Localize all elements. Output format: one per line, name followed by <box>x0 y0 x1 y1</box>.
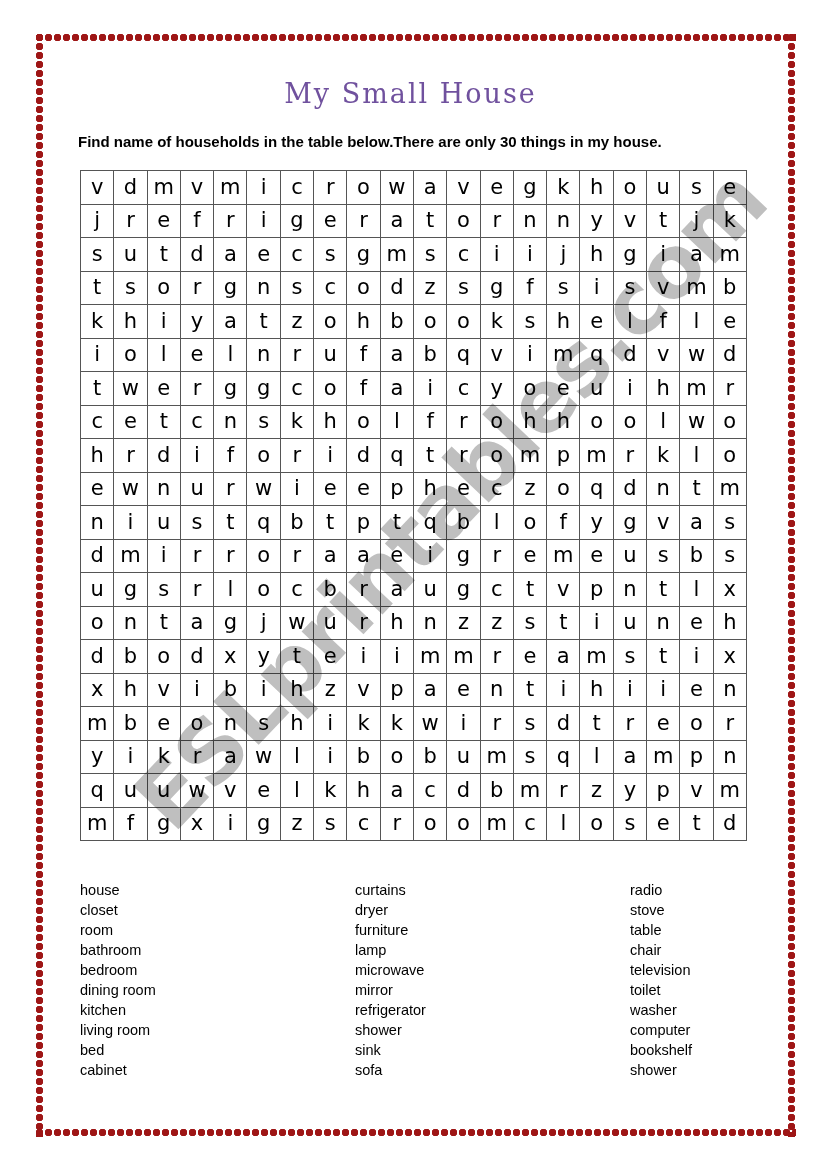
grid-cell: r <box>481 205 514 239</box>
grid-cell: b <box>381 305 414 339</box>
word-list-item: stove <box>630 900 692 920</box>
grid-cell: v <box>148 674 181 708</box>
grid-cell: k <box>647 439 680 473</box>
grid-cell: e <box>148 372 181 406</box>
grid-cell: o <box>580 808 613 842</box>
instruction-text: Find name of households in the table bel… <box>78 133 758 150</box>
grid-cell: m <box>547 540 580 574</box>
grid-cell: h <box>580 674 613 708</box>
grid-cell: c <box>347 808 380 842</box>
grid-cell: i <box>614 674 647 708</box>
grid-cell: o <box>414 808 447 842</box>
grid-cell: i <box>281 473 314 507</box>
grid-cell: s <box>148 573 181 607</box>
grid-cell: t <box>680 473 713 507</box>
grid-cell: o <box>447 205 480 239</box>
grid-cell: s <box>614 808 647 842</box>
grid-cell: d <box>714 808 747 842</box>
grid-cell: n <box>614 573 647 607</box>
grid-cell: m <box>680 372 713 406</box>
grid-cell: n <box>114 607 147 641</box>
grid-cell: s <box>447 272 480 306</box>
grid-cell: l <box>647 406 680 440</box>
grid-cell: o <box>247 439 280 473</box>
word-list-item: washer <box>630 1000 692 1020</box>
grid-cell: t <box>547 607 580 641</box>
grid-cell: f <box>514 272 547 306</box>
grid-cell: i <box>247 205 280 239</box>
grid-cell: t <box>647 573 680 607</box>
grid-cell: s <box>514 707 547 741</box>
grid-cell: m <box>447 640 480 674</box>
grid-cell: e <box>314 473 347 507</box>
grid-cell: i <box>148 540 181 574</box>
grid-cell: r <box>214 540 247 574</box>
grid-cell: c <box>481 573 514 607</box>
grid-cell: m <box>580 640 613 674</box>
grid-cell: p <box>647 774 680 808</box>
grid-cell: l <box>148 339 181 373</box>
grid-cell: b <box>281 506 314 540</box>
grid-cell: a <box>214 238 247 272</box>
word-list-column-3: radiostovetablechairtelevisiontoiletwash… <box>630 880 692 1080</box>
grid-cell: k <box>381 707 414 741</box>
grid-cell: l <box>214 339 247 373</box>
word-list-item: kitchen <box>80 1000 156 1020</box>
grid-cell: h <box>347 774 380 808</box>
grid-cell: o <box>547 473 580 507</box>
word-list-item: chair <box>630 940 692 960</box>
grid-cell: m <box>580 439 613 473</box>
grid-cell: g <box>214 372 247 406</box>
worksheet-page: My Small House Find name of households i… <box>0 0 821 1169</box>
grid-cell: e <box>514 640 547 674</box>
grid-cell: s <box>714 506 747 540</box>
grid-cell: k <box>347 707 380 741</box>
grid-cell: b <box>414 339 447 373</box>
grid-cell: i <box>314 439 347 473</box>
grid-cell: l <box>281 741 314 775</box>
grid-cell: m <box>481 808 514 842</box>
grid-cell: c <box>447 238 480 272</box>
grid-cell: m <box>148 171 181 205</box>
word-list-item: computer <box>630 1020 692 1040</box>
grid-cell: r <box>381 808 414 842</box>
grid-cell: u <box>314 339 347 373</box>
grid-cell: v <box>181 171 214 205</box>
grid-cell: v <box>447 171 480 205</box>
grid-cell: t <box>81 272 114 306</box>
word-list-item: television <box>630 960 692 980</box>
grid-cell: w <box>381 171 414 205</box>
word-list-item: table <box>630 920 692 940</box>
grid-cell: n <box>481 674 514 708</box>
grid-cell: r <box>181 573 214 607</box>
grid-cell: h <box>347 305 380 339</box>
grid-cell: u <box>181 473 214 507</box>
grid-cell: f <box>114 808 147 842</box>
grid-cell: d <box>447 774 480 808</box>
grid-cell: t <box>314 506 347 540</box>
grid-cell: n <box>714 741 747 775</box>
grid-cell: s <box>514 607 547 641</box>
grid-cell: t <box>148 607 181 641</box>
grid-cell: h <box>314 406 347 440</box>
grid-cell: o <box>148 640 181 674</box>
word-list-item: living room <box>80 1020 156 1040</box>
grid-cell: o <box>148 272 181 306</box>
grid-cell: m <box>514 774 547 808</box>
grid-cell: i <box>514 238 547 272</box>
grid-cell: n <box>214 406 247 440</box>
grid-cell: a <box>381 774 414 808</box>
grid-cell: i <box>381 640 414 674</box>
grid-cell: n <box>647 607 680 641</box>
grid-cell: m <box>214 171 247 205</box>
grid-cell: d <box>114 171 147 205</box>
grid-cell: o <box>247 573 280 607</box>
grid-cell: y <box>580 205 613 239</box>
grid-cell: f <box>214 439 247 473</box>
grid-cell: i <box>447 707 480 741</box>
grid-cell: i <box>647 674 680 708</box>
grid-cell: b <box>481 774 514 808</box>
grid-cell: s <box>514 741 547 775</box>
border-edge-left <box>35 33 44 1137</box>
border-edge-right <box>787 33 796 1137</box>
grid-cell: n <box>148 473 181 507</box>
word-list-item: bathroom <box>80 940 156 960</box>
grid-cell: o <box>247 540 280 574</box>
grid-cell: d <box>614 473 647 507</box>
grid-cell: i <box>680 640 713 674</box>
grid-cell: p <box>680 741 713 775</box>
grid-cell: l <box>547 808 580 842</box>
grid-cell: i <box>481 238 514 272</box>
word-list-item: room <box>80 920 156 940</box>
grid-cell: x <box>714 640 747 674</box>
grid-cell: o <box>414 305 447 339</box>
grid-cell: t <box>414 205 447 239</box>
word-list-item: radio <box>630 880 692 900</box>
grid-cell: h <box>580 171 613 205</box>
grid-cell: z <box>481 607 514 641</box>
grid-cell: c <box>414 774 447 808</box>
word-list-item: shower <box>355 1020 426 1040</box>
grid-cell: e <box>314 205 347 239</box>
grid-cell: o <box>614 406 647 440</box>
grid-cell: b <box>114 707 147 741</box>
grid-cell: n <box>81 506 114 540</box>
grid-cell: r <box>214 473 247 507</box>
grid-cell: b <box>347 741 380 775</box>
grid-cell: a <box>547 640 580 674</box>
grid-cell: o <box>81 607 114 641</box>
word-list-item: refrigerator <box>355 1000 426 1020</box>
grid-cell: w <box>114 372 147 406</box>
grid-cell: e <box>514 540 547 574</box>
grid-cell: i <box>247 171 280 205</box>
grid-cell: a <box>381 339 414 373</box>
grid-cell: h <box>81 439 114 473</box>
grid-cell: e <box>81 473 114 507</box>
grid-cell: c <box>181 406 214 440</box>
word-list-item: bed <box>80 1040 156 1060</box>
grid-cell: e <box>680 607 713 641</box>
grid-cell: c <box>281 372 314 406</box>
grid-cell: r <box>481 707 514 741</box>
word-list-item: mirror <box>355 980 426 1000</box>
grid-cell: d <box>381 272 414 306</box>
word-list-item: furniture <box>355 920 426 940</box>
grid-cell: w <box>680 406 713 440</box>
grid-cell: o <box>114 339 147 373</box>
grid-cell: a <box>214 305 247 339</box>
grid-cell: n <box>247 339 280 373</box>
grid-cell: e <box>148 205 181 239</box>
grid-cell: t <box>214 506 247 540</box>
grid-cell: s <box>314 238 347 272</box>
grid-cell: z <box>281 808 314 842</box>
grid-cell: c <box>514 808 547 842</box>
grid-cell: t <box>580 707 613 741</box>
grid-cell: m <box>381 238 414 272</box>
grid-cell: n <box>414 607 447 641</box>
word-list-item: lamp <box>355 940 426 960</box>
grid-cell: u <box>148 506 181 540</box>
word-list-item: bookshelf <box>630 1040 692 1060</box>
word-list-item: cabinet <box>80 1060 156 1080</box>
grid-cell: y <box>614 774 647 808</box>
grid-cell: k <box>481 305 514 339</box>
grid-cell: r <box>281 339 314 373</box>
grid-cell: r <box>714 707 747 741</box>
grid-cell: b <box>414 741 447 775</box>
word-list-item: dryer <box>355 900 426 920</box>
grid-cell: e <box>647 707 680 741</box>
grid-cell: r <box>347 205 380 239</box>
grid-cell: o <box>347 171 380 205</box>
grid-cell: o <box>347 406 380 440</box>
grid-cell: e <box>680 674 713 708</box>
grid-cell: a <box>381 372 414 406</box>
grid-cell: c <box>314 272 347 306</box>
grid-cell: u <box>447 741 480 775</box>
grid-cell: w <box>114 473 147 507</box>
grid-cell: s <box>114 272 147 306</box>
grid-cell: d <box>81 640 114 674</box>
grid-cell: i <box>547 674 580 708</box>
grid-cell: c <box>81 406 114 440</box>
grid-cell: g <box>514 171 547 205</box>
word-list-item: toilet <box>630 980 692 1000</box>
word-list-item: shower <box>630 1060 692 1080</box>
grid-cell: r <box>181 372 214 406</box>
grid-cell: r <box>614 439 647 473</box>
grid-cell: i <box>181 439 214 473</box>
grid-cell: r <box>481 540 514 574</box>
grid-cell: w <box>680 339 713 373</box>
grid-cell: d <box>181 238 214 272</box>
grid-cell: u <box>614 540 647 574</box>
grid-cell: i <box>114 506 147 540</box>
grid-cell: n <box>714 674 747 708</box>
grid-cell: m <box>81 808 114 842</box>
grid-cell: t <box>647 640 680 674</box>
word-list-column-2: curtainsdryerfurniturelampmicrowavemirro… <box>355 880 426 1080</box>
grid-cell: d <box>547 707 580 741</box>
grid-cell: h <box>114 305 147 339</box>
grid-cell: r <box>114 205 147 239</box>
grid-cell: l <box>214 573 247 607</box>
grid-cell: q <box>81 774 114 808</box>
grid-cell: g <box>447 573 480 607</box>
grid-cell: s <box>247 406 280 440</box>
word-list-item: house <box>80 880 156 900</box>
grid-cell: q <box>381 439 414 473</box>
grid-cell: s <box>647 540 680 574</box>
grid-cell: e <box>714 305 747 339</box>
grid-cell: t <box>81 372 114 406</box>
grid-cell: k <box>547 171 580 205</box>
grid-cell: s <box>181 506 214 540</box>
grid-cell: o <box>714 439 747 473</box>
grid-cell: q <box>247 506 280 540</box>
grid-cell: r <box>481 640 514 674</box>
grid-cell: v <box>647 506 680 540</box>
word-list-column-1: houseclosetroombathroombedroomdining roo… <box>80 880 156 1080</box>
grid-cell: e <box>247 238 280 272</box>
grid-cell: k <box>81 305 114 339</box>
grid-cell: l <box>680 573 713 607</box>
grid-cell: e <box>580 540 613 574</box>
grid-cell: i <box>314 707 347 741</box>
grid-cell: a <box>381 205 414 239</box>
grid-cell: f <box>347 372 380 406</box>
grid-cell: g <box>114 573 147 607</box>
grid-cell: j <box>547 238 580 272</box>
word-list-item: dining room <box>80 980 156 1000</box>
grid-cell: a <box>414 171 447 205</box>
grid-cell: i <box>148 305 181 339</box>
grid-cell: v <box>680 774 713 808</box>
grid-cell: t <box>148 406 181 440</box>
grid-cell: a <box>614 741 647 775</box>
grid-cell: g <box>247 808 280 842</box>
grid-cell: g <box>214 607 247 641</box>
grid-cell: x <box>714 573 747 607</box>
grid-cell: n <box>247 272 280 306</box>
grid-cell: o <box>614 171 647 205</box>
grid-cell: s <box>414 238 447 272</box>
grid-cell: h <box>647 372 680 406</box>
grid-cell: j <box>81 205 114 239</box>
grid-cell: c <box>281 238 314 272</box>
grid-cell: m <box>114 540 147 574</box>
grid-cell: o <box>680 707 713 741</box>
grid-cell: g <box>481 272 514 306</box>
grid-cell: x <box>81 674 114 708</box>
grid-cell: q <box>547 741 580 775</box>
grid-cell: g <box>247 372 280 406</box>
word-list-item: sink <box>355 1040 426 1060</box>
grid-cell: u <box>614 607 647 641</box>
grid-cell: y <box>181 305 214 339</box>
grid-cell: e <box>447 674 480 708</box>
grid-cell: w <box>247 473 280 507</box>
grid-cell: r <box>614 707 647 741</box>
grid-cell: p <box>381 674 414 708</box>
grid-cell: s <box>314 808 347 842</box>
grid-cell: m <box>714 774 747 808</box>
grid-cell: a <box>414 674 447 708</box>
grid-cell: d <box>181 640 214 674</box>
grid-cell: e <box>114 406 147 440</box>
grid-cell: s <box>281 272 314 306</box>
grid-cell: a <box>680 506 713 540</box>
word-list-item: microwave <box>355 960 426 980</box>
word-list-item: closet <box>80 900 156 920</box>
grid-cell: z <box>414 272 447 306</box>
grid-cell: v <box>547 573 580 607</box>
grid-cell: l <box>680 439 713 473</box>
border-edge-bottom <box>35 1128 796 1137</box>
word-list-item: sofa <box>355 1060 426 1080</box>
grid-cell: g <box>614 506 647 540</box>
grid-cell: e <box>481 171 514 205</box>
grid-cell: f <box>347 339 380 373</box>
grid-cell: r <box>181 272 214 306</box>
grid-cell: d <box>347 439 380 473</box>
grid-cell: u <box>114 238 147 272</box>
page-title: My Small House <box>0 78 821 109</box>
grid-cell: f <box>181 205 214 239</box>
grid-cell: e <box>181 339 214 373</box>
grid-cell: l <box>381 406 414 440</box>
grid-cell: q <box>447 339 480 373</box>
grid-cell: c <box>281 171 314 205</box>
grid-cell: l <box>281 774 314 808</box>
grid-cell: h <box>714 607 747 641</box>
grid-cell: n <box>647 473 680 507</box>
grid-cell: m <box>647 741 680 775</box>
grid-cell: t <box>514 573 547 607</box>
grid-cell: o <box>514 506 547 540</box>
grid-cell: s <box>614 640 647 674</box>
grid-cell: m <box>81 707 114 741</box>
grid-cell: i <box>414 372 447 406</box>
grid-cell: i <box>314 741 347 775</box>
grid-cell: r <box>281 439 314 473</box>
grid-cell: n <box>547 205 580 239</box>
grid-cell: r <box>214 205 247 239</box>
grid-cell: g <box>347 238 380 272</box>
grid-cell: p <box>580 573 613 607</box>
grid-cell: m <box>714 473 747 507</box>
grid-cell: o <box>447 305 480 339</box>
grid-cell: y <box>580 506 613 540</box>
grid-cell: k <box>281 406 314 440</box>
word-list-item: curtains <box>355 880 426 900</box>
grid-cell: z <box>281 305 314 339</box>
grid-cell: t <box>514 674 547 708</box>
grid-cell: z <box>447 607 480 641</box>
grid-cell: i <box>81 339 114 373</box>
grid-cell: d <box>148 439 181 473</box>
grid-cell: l <box>580 741 613 775</box>
grid-cell: b <box>680 540 713 574</box>
grid-cell: f <box>547 506 580 540</box>
